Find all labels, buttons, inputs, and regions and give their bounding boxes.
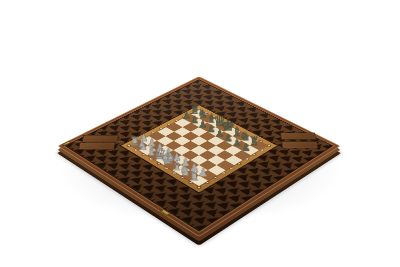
frame-panel — [281, 141, 318, 148]
frame-panel — [82, 135, 119, 142]
piece-black-rook: ♜ — [249, 136, 259, 148]
piece-white-pawn: ♟ — [199, 167, 209, 178]
piece-black-pawn: ♟ — [241, 142, 251, 153]
board-3d: ♜♞♝♛♚♝♞♜♟♟♟♟♟♟♟♟♟♟♟♟♟♟♟♟♜♞♝♛♚♝♞♜ — [58, 76, 341, 237]
chess-set: ♜♞♝♛♚♝♞♜♟♟♟♟♟♟♟♟♟♟♟♟♟♟♟♟♜♞♝♛♚♝♞♜ — [99, 46, 299, 246]
photo-scene: ♜♞♝♛♚♝♞♜♟♟♟♟♟♟♟♟♟♟♟♟♟♟♟♟♜♞♝♛♚♝♞♜ — [0, 0, 400, 267]
piece-white-rook: ♜ — [189, 171, 200, 183]
frame-panel — [78, 142, 115, 149]
square-h8: ♜ — [250, 141, 267, 150]
frame-panel — [280, 133, 317, 140]
